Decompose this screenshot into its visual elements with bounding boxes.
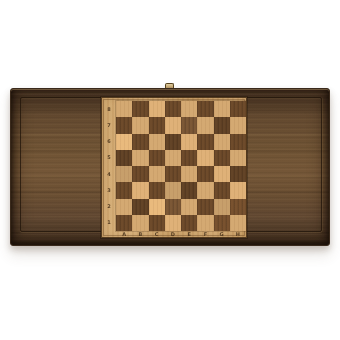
square-e7 <box>181 117 197 133</box>
rank-label-2: 2 <box>103 199 115 215</box>
square-b3 <box>132 182 148 198</box>
square-e1 <box>181 215 197 231</box>
square-h8 <box>230 101 246 117</box>
rank-label-5: 5 <box>103 150 115 166</box>
square-d3 <box>165 182 181 198</box>
square-g7 <box>214 117 230 133</box>
rank-label-4: 4 <box>103 166 115 182</box>
square-h7 <box>230 117 246 133</box>
rank-label-8: 8 <box>103 101 115 117</box>
rank-labels: 87654321 <box>103 101 115 231</box>
square-e3 <box>181 182 197 198</box>
square-h2 <box>230 199 246 215</box>
board-photo: 87654321 ABCDEFGH <box>0 0 340 340</box>
square-c3 <box>149 182 165 198</box>
square-c8 <box>149 101 165 117</box>
square-b8 <box>132 101 148 117</box>
square-f3 <box>197 182 213 198</box>
square-c6 <box>149 134 165 150</box>
file-label-d: D <box>165 231 181 237</box>
square-g8 <box>214 101 230 117</box>
square-b4 <box>132 166 148 182</box>
square-b6 <box>132 134 148 150</box>
square-g3 <box>214 182 230 198</box>
square-h4 <box>230 166 246 182</box>
square-f6 <box>197 134 213 150</box>
file-label-h: H <box>230 231 246 237</box>
square-f1 <box>197 215 213 231</box>
square-c7 <box>149 117 165 133</box>
square-d4 <box>165 166 181 182</box>
square-c2 <box>149 199 165 215</box>
square-e6 <box>181 134 197 150</box>
square-c5 <box>149 150 165 166</box>
square-d8 <box>165 101 181 117</box>
square-a1 <box>116 215 132 231</box>
square-a3 <box>116 182 132 198</box>
square-h5 <box>230 150 246 166</box>
square-b1 <box>132 215 148 231</box>
square-f8 <box>197 101 213 117</box>
square-b5 <box>132 150 148 166</box>
square-a4 <box>116 166 132 182</box>
square-e5 <box>181 150 197 166</box>
square-c4 <box>149 166 165 182</box>
file-label-f: F <box>197 231 213 237</box>
square-a8 <box>116 101 132 117</box>
square-a5 <box>116 150 132 166</box>
square-d1 <box>165 215 181 231</box>
square-h6 <box>230 134 246 150</box>
square-g6 <box>214 134 230 150</box>
square-g4 <box>214 166 230 182</box>
square-b2 <box>132 199 148 215</box>
square-b7 <box>132 117 148 133</box>
square-g2 <box>214 199 230 215</box>
square-a6 <box>116 134 132 150</box>
rank-label-3: 3 <box>103 182 115 198</box>
square-e4 <box>181 166 197 182</box>
square-a2 <box>116 199 132 215</box>
square-f2 <box>197 199 213 215</box>
square-a7 <box>116 117 132 133</box>
chess-board: 87654321 ABCDEFGH <box>101 97 247 238</box>
square-f7 <box>197 117 213 133</box>
square-e8 <box>181 101 197 117</box>
file-label-g: G <box>214 231 230 237</box>
rank-label-1: 1 <box>103 215 115 231</box>
square-h1 <box>230 215 246 231</box>
file-labels: ABCDEFGH <box>116 231 246 237</box>
square-f5 <box>197 150 213 166</box>
file-label-b: B <box>132 231 148 237</box>
square-h3 <box>230 182 246 198</box>
file-label-a: A <box>116 231 132 237</box>
board-grid <box>116 101 246 231</box>
chess-case-lid: 87654321 ABCDEFGH <box>10 88 330 246</box>
square-g1 <box>214 215 230 231</box>
square-d7 <box>165 117 181 133</box>
square-d2 <box>165 199 181 215</box>
square-e2 <box>181 199 197 215</box>
square-d6 <box>165 134 181 150</box>
square-f4 <box>197 166 213 182</box>
rank-label-7: 7 <box>103 117 115 133</box>
rank-label-6: 6 <box>103 134 115 150</box>
file-label-e: E <box>181 231 197 237</box>
square-g5 <box>214 150 230 166</box>
file-label-c: C <box>149 231 165 237</box>
square-c1 <box>149 215 165 231</box>
square-d5 <box>165 150 181 166</box>
